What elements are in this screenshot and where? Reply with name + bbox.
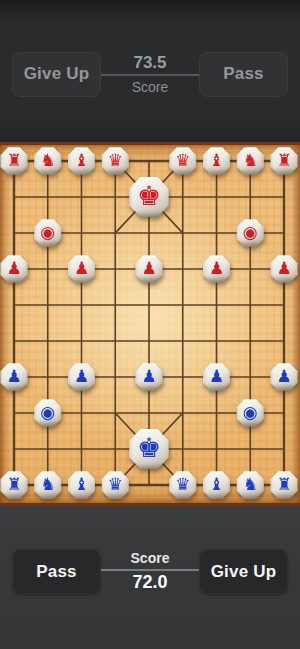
- piece-face: ◉: [236, 219, 264, 247]
- piece-red-horse[interactable]: ♞: [34, 147, 62, 175]
- piece-face: ♛: [101, 471, 129, 499]
- board-point: ♜: [0, 143, 31, 179]
- red-chariot-glyph: ♜: [276, 152, 291, 169]
- piece-blue-cannon[interactable]: ◉: [236, 399, 264, 427]
- piece-face: ♝: [68, 471, 96, 499]
- piece-blue-soldier[interactable]: ♟: [203, 363, 231, 391]
- piece-blue-general[interactable]: ♚: [129, 429, 170, 470]
- top-score-block: 73.5 Score: [101, 53, 199, 95]
- piece-blue-chariot[interactable]: ♜: [0, 471, 28, 499]
- board-point: ♜: [267, 467, 300, 503]
- board-point: ♞: [233, 467, 267, 503]
- board-point: ♛: [98, 143, 132, 179]
- piece-face: ♟: [0, 363, 28, 391]
- board-point: ♜: [267, 143, 300, 179]
- piece-blue-soldier[interactable]: ♟: [135, 363, 163, 391]
- piece-face: ♟: [68, 255, 96, 283]
- bottom-score-label: Score: [101, 550, 199, 569]
- piece-blue-chariot[interactable]: ♜: [270, 471, 298, 499]
- piece-face: ♚: [129, 177, 170, 218]
- board-point: ◉: [233, 215, 267, 251]
- piece-red-elephant[interactable]: ♝: [68, 147, 96, 175]
- piece-face: ♞: [236, 147, 264, 175]
- blue-soldier-glyph: ♟: [6, 368, 21, 385]
- piece-blue-elephant[interactable]: ♝: [203, 471, 231, 499]
- piece-face: ♟: [203, 255, 231, 283]
- red-soldier-glyph: ♟: [141, 260, 156, 277]
- piece-red-soldier[interactable]: ♟: [203, 255, 231, 283]
- board-point: ♟: [267, 359, 300, 395]
- board-point: ♟: [132, 359, 166, 395]
- board-point: ♟: [65, 251, 99, 287]
- board-point: ♟: [200, 251, 234, 287]
- board-point: ♟: [267, 251, 300, 287]
- piece-face: ♞: [34, 471, 62, 499]
- piece-face: ♜: [270, 147, 298, 175]
- red-cannon-glyph: ◉: [40, 224, 55, 241]
- piece-blue-advisor[interactable]: ♛: [101, 471, 129, 499]
- piece-red-soldier[interactable]: ♟: [270, 255, 298, 283]
- piece-blue-horse[interactable]: ♞: [34, 471, 62, 499]
- piece-blue-advisor[interactable]: ♛: [169, 471, 197, 499]
- blue-advisor-glyph: ♛: [108, 476, 123, 493]
- blue-soldier-glyph: ♟: [209, 368, 224, 385]
- piece-blue-soldier[interactable]: ♟: [270, 363, 298, 391]
- blue-chariot-glyph: ♜: [6, 476, 21, 493]
- red-cannon-glyph: ◉: [243, 224, 258, 241]
- piece-face: ♞: [34, 147, 62, 175]
- red-soldier-glyph: ♟: [276, 260, 291, 277]
- blue-soldier-glyph: ♟: [141, 368, 156, 385]
- board-point: ♜: [0, 467, 31, 503]
- red-advisor-glyph: ♛: [108, 152, 123, 169]
- board-point: ♟: [132, 251, 166, 287]
- piece-face: ♛: [101, 147, 129, 175]
- piece-red-soldier[interactable]: ♟: [135, 255, 163, 283]
- blue-horse-glyph: ♞: [243, 476, 258, 493]
- piece-blue-horse[interactable]: ♞: [236, 471, 264, 499]
- bottom-score-value: 72.0: [101, 571, 199, 593]
- piece-red-general[interactable]: ♚: [129, 177, 170, 218]
- blue-soldier-glyph: ♟: [276, 368, 291, 385]
- piece-face: ◉: [34, 399, 62, 427]
- board-point: ♟: [200, 359, 234, 395]
- blue-soldier-glyph: ♟: [74, 368, 89, 385]
- piece-face: ♟: [203, 363, 231, 391]
- board-point: ♛: [166, 143, 200, 179]
- red-soldier-glyph: ♟: [6, 260, 21, 277]
- piece-face: ♟: [270, 363, 298, 391]
- board-point: ♝: [200, 467, 234, 503]
- red-soldier-glyph: ♟: [209, 260, 224, 277]
- piece-blue-elephant[interactable]: ♝: [68, 471, 96, 499]
- top-player-bar: Give Up 73.5 Score Pass: [0, 0, 300, 142]
- xiangqi-app-screen: Give Up 73.5 Score Pass ♜♞♝♛♛♝♞♜♚◉◉♟♟♟♟♟…: [0, 0, 300, 649]
- blue-general-glyph: ♚: [137, 435, 161, 462]
- bottom-give-up-button[interactable]: Give Up: [199, 549, 288, 594]
- piece-red-advisor[interactable]: ♛: [101, 147, 129, 175]
- piece-red-advisor[interactable]: ♛: [169, 147, 197, 175]
- piece-blue-soldier[interactable]: ♟: [68, 363, 96, 391]
- piece-red-chariot[interactable]: ♜: [0, 147, 28, 175]
- piece-red-cannon[interactable]: ◉: [34, 219, 62, 247]
- blue-elephant-glyph: ♝: [74, 476, 89, 493]
- red-horse-glyph: ♞: [243, 152, 258, 169]
- piece-face: ◉: [236, 399, 264, 427]
- blue-advisor-glyph: ♛: [175, 476, 190, 493]
- piece-blue-soldier[interactable]: ♟: [0, 363, 28, 391]
- piece-red-soldier[interactable]: ♟: [0, 255, 28, 283]
- board-point: ♝: [65, 467, 99, 503]
- red-soldier-glyph: ♟: [74, 260, 89, 277]
- piece-face: ♛: [169, 147, 197, 175]
- board-point: ♝: [200, 143, 234, 179]
- board-point: ♛: [98, 467, 132, 503]
- piece-face: ♟: [68, 363, 96, 391]
- red-elephant-glyph: ♝: [74, 152, 89, 169]
- bottom-player-bar: Pass Score 72.0 Give Up: [0, 506, 300, 649]
- board-piece-grid: ♜♞♝♛♛♝♞♜♚◉◉♟♟♟♟♟♟♟♟♟♟◉◉♚♜♞♝♛♛♝♞♜: [0, 143, 300, 503]
- piece-face: ♟: [135, 255, 163, 283]
- piece-face: ♛: [169, 471, 197, 499]
- piece-red-horse[interactable]: ♞: [236, 147, 264, 175]
- blue-cannon-glyph: ◉: [243, 404, 258, 421]
- piece-face: ♝: [203, 147, 231, 175]
- bottom-pass-button[interactable]: Pass: [12, 549, 101, 594]
- board-point: ♛: [166, 467, 200, 503]
- top-pass-button[interactable]: Pass: [199, 52, 288, 97]
- board-point: ◉: [233, 395, 267, 431]
- board-point: ♞: [31, 467, 65, 503]
- piece-face: ◉: [34, 219, 62, 247]
- xiangqi-board[interactable]: ♜♞♝♛♛♝♞♜♚◉◉♟♟♟♟♟♟♟♟♟♟◉◉♚♜♞♝♛♛♝♞♜: [0, 142, 300, 506]
- piece-red-chariot[interactable]: ♜: [270, 147, 298, 175]
- blue-cannon-glyph: ◉: [40, 404, 55, 421]
- board-point: ♞: [31, 143, 65, 179]
- board-point: ◉: [31, 395, 65, 431]
- piece-red-cannon[interactable]: ◉: [236, 219, 264, 247]
- bottom-score-block: Score 72.0: [101, 550, 199, 593]
- board-point: ♞: [233, 143, 267, 179]
- piece-face: ♚: [129, 429, 170, 470]
- red-advisor-glyph: ♛: [175, 152, 190, 169]
- piece-face: ♞: [236, 471, 264, 499]
- blue-horse-glyph: ♞: [40, 476, 55, 493]
- top-give-up-button[interactable]: Give Up: [12, 52, 101, 97]
- board-point: ♝: [65, 143, 99, 179]
- top-score-label: Score: [101, 76, 199, 95]
- top-score-value: 73.5: [101, 53, 199, 74]
- piece-face: ♟: [270, 255, 298, 283]
- board-point: ♚: [132, 179, 166, 215]
- red-elephant-glyph: ♝: [209, 152, 224, 169]
- piece-face: ♟: [0, 255, 28, 283]
- piece-face: ♝: [68, 147, 96, 175]
- board-point: ♚: [132, 431, 166, 467]
- board-point: ♟: [0, 251, 31, 287]
- board-point: ♟: [0, 359, 31, 395]
- piece-face: ♝: [203, 471, 231, 499]
- board-point: ◉: [31, 215, 65, 251]
- red-chariot-glyph: ♜: [6, 152, 21, 169]
- red-general-glyph: ♚: [137, 183, 161, 210]
- blue-elephant-glyph: ♝: [209, 476, 224, 493]
- piece-red-soldier[interactable]: ♟: [68, 255, 96, 283]
- piece-face: ♜: [270, 471, 298, 499]
- blue-chariot-glyph: ♜: [276, 476, 291, 493]
- piece-face: ♜: [0, 147, 28, 175]
- piece-face: ♜: [0, 471, 28, 499]
- piece-face: ♟: [135, 363, 163, 391]
- piece-red-elephant[interactable]: ♝: [203, 147, 231, 175]
- red-horse-glyph: ♞: [40, 152, 55, 169]
- piece-blue-cannon[interactable]: ◉: [34, 399, 62, 427]
- board-point: ♟: [65, 359, 99, 395]
